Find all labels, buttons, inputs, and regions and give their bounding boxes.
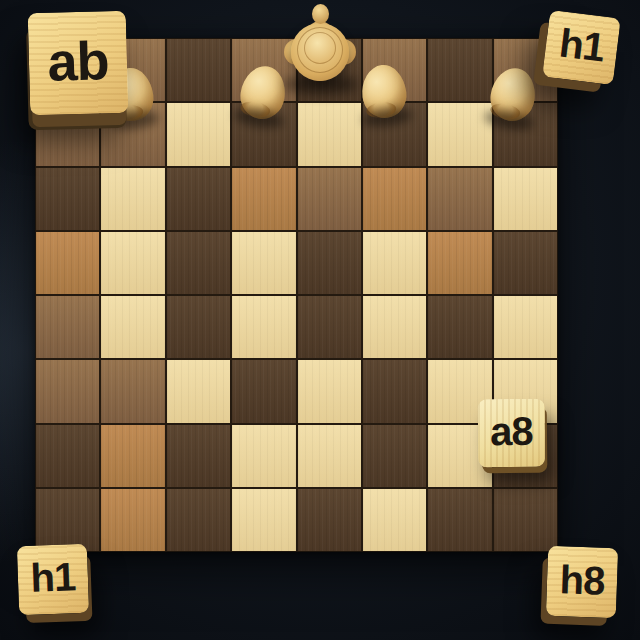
block-label: h1	[30, 554, 76, 601]
block-label: h1	[557, 20, 607, 70]
white-pawn[interactable]	[487, 65, 539, 124]
corner-block-bottom-left[interactable]: h1	[17, 544, 89, 615]
corner-block-top-left[interactable]: ab	[28, 11, 129, 116]
scene: ab h1 a8 h1 h8	[0, 0, 640, 640]
block-label: a8	[490, 408, 533, 453]
queen-knob	[312, 4, 329, 24]
block-on-board[interactable]: a8	[478, 399, 546, 468]
corner-block-bottom-right[interactable]: h8	[546, 546, 618, 618]
queen-top-disc	[304, 32, 336, 64]
white-pawn[interactable]	[359, 63, 409, 121]
block-label: ab	[47, 29, 110, 93]
corner-block-top-right[interactable]: h1	[542, 10, 621, 85]
block-label: h8	[559, 557, 605, 604]
white-pawn[interactable]	[237, 63, 289, 122]
white-queen[interactable]	[286, 7, 354, 87]
